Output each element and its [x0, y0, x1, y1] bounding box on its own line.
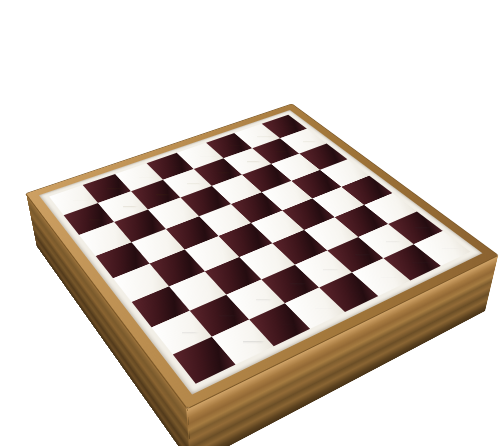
chess-set-photo: ♜♞♝♛♚♝♞♜♟♟♟♟♟♟♟♟♟♟♟♟♟♟♟♟♜♞♝♛♚♝♞♜ [0, 0, 500, 446]
wooden-box: ♜♞♝♛♚♝♞♜♟♟♟♟♟♟♟♟♟♟♟♟♟♟♟♟♜♞♝♛♚♝♞♜ [25, 104, 499, 410]
